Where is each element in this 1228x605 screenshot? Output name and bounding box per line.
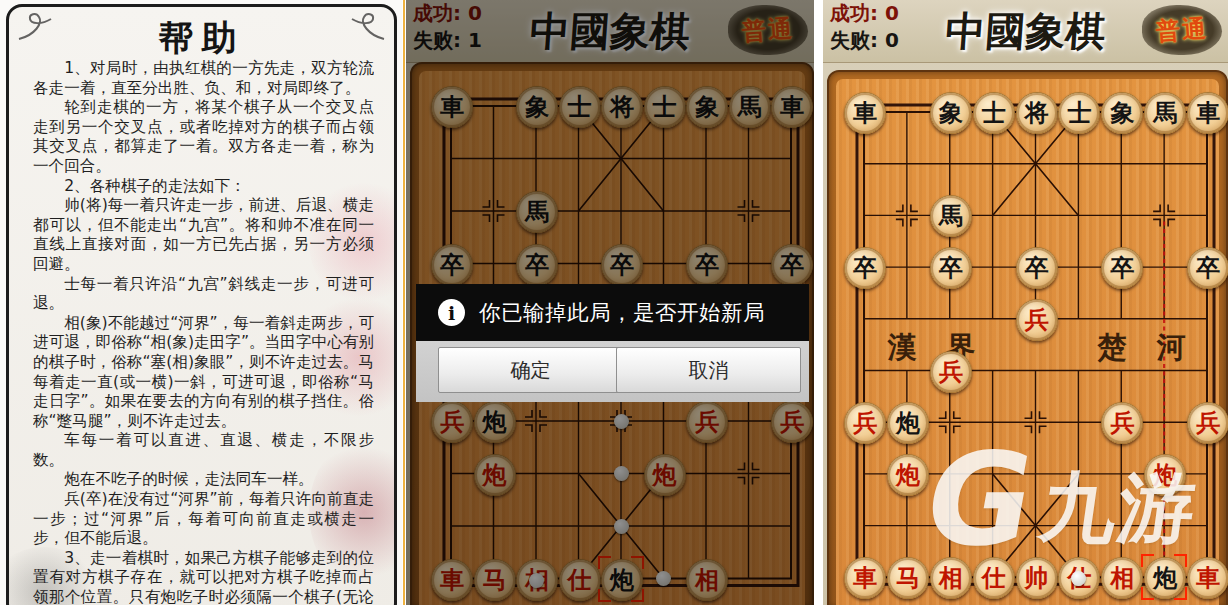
game-header: 成功: 0 失败: 0 中國象棋 普通: [823, 0, 1228, 63]
panel-divider: [814, 0, 823, 605]
help-paragraph: 兵(卒)在没有过“河界”前，每着只许向前直走一步；过“河界”后，每着可向前直走或…: [33, 490, 374, 549]
piece-black-soldier[interactable]: 卒: [844, 247, 886, 289]
help-frame: 帮助 1、对局时，由执红棋的一方先走，双方轮流各走一着，直至分出胜、负、和，对局…: [6, 4, 397, 605]
help-paragraph: 相(象)不能越过“河界”，每一着斜走两步，可进可退，即俗称“相(象)走田字”。当…: [33, 314, 374, 432]
piece-black-elephant[interactable]: 象: [1101, 92, 1143, 134]
cancel-button[interactable]: 取消: [616, 347, 801, 393]
piece-black-soldier[interactable]: 卒: [930, 247, 972, 289]
piece-red-cannon[interactable]: 炮: [887, 454, 929, 496]
help-panel: 帮助 1、对局时，由执红棋的一方先走，双方轮流各走一着，直至分出胜、负、和，对局…: [0, 0, 402, 605]
piece-red-advisor[interactable]: 仕: [973, 557, 1015, 599]
help-paragraph: 炮在不吃子的时候，走法同车一样。: [33, 470, 374, 490]
piece-black-advisor[interactable]: 士: [973, 92, 1015, 134]
piece-black-horse[interactable]: 馬: [1144, 92, 1186, 134]
dialog-message: 你已输掉此局，是否开始新局: [479, 298, 765, 327]
help-paragraph: 1、对局时，由执红棋的一方先走，双方轮流各走一着，直至分出胜、负、和，对局即终了…: [33, 59, 374, 98]
game-over-dialog: i 你已输掉此局，是否开始新局 确定 取消: [416, 284, 809, 402]
piece-red-elephant[interactable]: 相: [930, 557, 972, 599]
dialog-button-strip: 确定 取消: [416, 341, 809, 402]
piece-red-general[interactable]: 帅: [1016, 557, 1058, 599]
help-paragraph: 2、各种棋子的走法如下：: [33, 177, 374, 197]
info-icon: i: [438, 299, 465, 326]
piece-red-soldier[interactable]: 兵: [1016, 299, 1058, 341]
piece-black-soldier[interactable]: 卒: [1016, 247, 1058, 289]
piece-black-chariot[interactable]: 車: [1187, 92, 1228, 134]
corner-ornament: [326, 9, 386, 43]
help-paragraph: 车每一着可以直进、直退、横走，不限步数。: [33, 431, 374, 470]
help-paragraph: 士每一着只许沿“九宫”斜线走一步，可进可退。: [33, 275, 374, 314]
piece-black-soldier[interactable]: 卒: [1187, 247, 1228, 289]
middle-game-screen: 成功: 0 失败: 1 中國象棋 普通 車象士将士象馬車馬卒卒卒卒卒兵炮兵兵炮炮…: [406, 0, 814, 605]
piece-black-chariot[interactable]: 車: [844, 92, 886, 134]
help-body: 1、对局时，由执红棋的一方先走，双方轮流各走一着，直至分出胜、负、和，对局即终了…: [33, 59, 374, 605]
confirm-button[interactable]: 确定: [438, 347, 623, 393]
piece-red-cannon[interactable]: 炮: [1144, 454, 1186, 496]
help-paragraph: 帅(将)每一着只许走一步，前进、后退、横走都可以，但不能走出“九宫”。将和帅不准…: [33, 196, 374, 274]
piece-red-horse[interactable]: 马: [887, 557, 929, 599]
piece-black-general[interactable]: 将: [1016, 92, 1058, 134]
xiangqi-board: 漢界楚河車象士将士象馬車馬卒卒卒卒卒兵兵兵炮兵兵炮炮車马相仕帅仕相炮車: [827, 70, 1228, 605]
help-paragraph: 轮到走棋的一方，将某个棋子从一个交叉点走到另一个交叉点，或者吃掉对方的棋子而占领…: [33, 98, 374, 176]
piece-black-cannon[interactable]: 炮: [887, 402, 929, 444]
piece-black-elephant[interactable]: 象: [930, 92, 972, 134]
difficulty-badge: 普通: [1142, 5, 1222, 55]
river-text-right: 楚河: [1098, 328, 1216, 368]
right-game-screen: 成功: 0 失败: 0 中國象棋 普通 漢界楚河車象士将士象馬車馬卒卒卒卒卒兵兵…: [823, 0, 1228, 605]
piece-red-soldier[interactable]: 兵: [930, 351, 972, 393]
screenshot-stage: 帮助 1、对局时，由执红棋的一方先走，双方轮流各走一着，直至分出胜、负、和，对局…: [0, 0, 1228, 605]
dialog-message-bar: i 你已输掉此局，是否开始新局: [416, 284, 809, 341]
piece-red-chariot[interactable]: 車: [844, 557, 886, 599]
piece-red-soldier[interactable]: 兵: [844, 402, 886, 444]
piece-red-soldier[interactable]: 兵: [1187, 402, 1228, 444]
piece-red-chariot[interactable]: 車: [1187, 557, 1228, 599]
piece-black-horse[interactable]: 馬: [930, 195, 972, 237]
corner-ornament: [17, 9, 77, 43]
help-paragraph: 3、走一着棋时，如果己方棋子能够走到的位置有对方棋子存在，就可以把对方棋子吃掉而…: [33, 549, 374, 605]
